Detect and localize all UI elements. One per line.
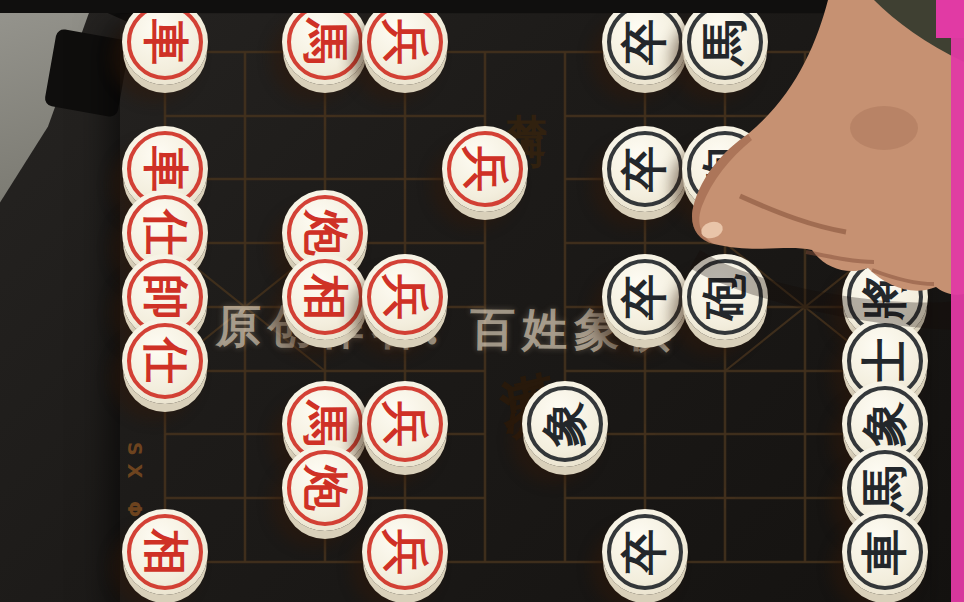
video-frame: 楚河 漢界 SX Φ ⊘ 原创作者: 百姓象棋 車馬兵車兵仕炮帥相兵仕馬兵炮相兵… bbox=[0, 0, 964, 602]
right-edge-accent-strip bbox=[951, 0, 964, 602]
right-edge-accent-corner bbox=[936, 0, 964, 38]
knuckle-shade bbox=[850, 106, 918, 150]
player-hand bbox=[0, 0, 964, 602]
